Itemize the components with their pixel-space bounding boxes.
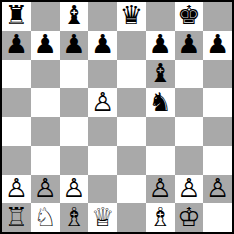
square-d5[interactable]: ♙ — [88, 88, 117, 117]
piece-white-pawn: ♙ — [206, 175, 229, 201]
square-f5[interactable]: ♞ — [146, 88, 175, 117]
piece-black-queen: ♛ — [120, 2, 143, 28]
square-c2[interactable]: ♙ — [60, 175, 89, 204]
square-h7[interactable]: ♟ — [203, 31, 232, 60]
square-b5[interactable] — [31, 88, 60, 117]
square-a6[interactable] — [2, 60, 31, 89]
piece-black-pawn: ♟ — [206, 31, 229, 57]
piece-white-pawn: ♙ — [33, 175, 56, 201]
square-f4[interactable] — [146, 117, 175, 146]
square-g4[interactable] — [175, 117, 204, 146]
square-b8[interactable] — [31, 2, 60, 31]
square-d2[interactable] — [88, 175, 117, 204]
square-e8[interactable]: ♛ — [117, 2, 146, 31]
piece-black-bishop: ♝ — [148, 60, 171, 86]
piece-white-knight: ♘ — [33, 204, 56, 230]
square-c4[interactable] — [60, 117, 89, 146]
piece-white-king: ♔ — [177, 204, 200, 230]
piece-black-bishop: ♝ — [62, 2, 85, 28]
square-g6[interactable] — [175, 60, 204, 89]
piece-black-knight: ♞ — [148, 89, 171, 115]
square-d3[interactable] — [88, 146, 117, 175]
chess-board-frame: ♜♝♛♚♟♟♟♟♟♟♟♝♙♞♙♙♙♙♙♙♖♘♗♕♗♔ — [0, 0, 234, 234]
piece-white-pawn: ♙ — [62, 175, 85, 201]
square-e1[interactable] — [117, 203, 146, 232]
square-g5[interactable] — [175, 88, 204, 117]
piece-white-pawn: ♙ — [91, 89, 114, 115]
square-h6[interactable] — [203, 60, 232, 89]
square-a2[interactable]: ♙ — [2, 175, 31, 204]
square-b7[interactable]: ♟ — [31, 31, 60, 60]
square-a5[interactable] — [2, 88, 31, 117]
square-c5[interactable] — [60, 88, 89, 117]
square-b1[interactable]: ♘ — [31, 203, 60, 232]
square-h2[interactable]: ♙ — [203, 175, 232, 204]
square-c7[interactable]: ♟ — [60, 31, 89, 60]
square-f8[interactable] — [146, 2, 175, 31]
square-e6[interactable] — [117, 60, 146, 89]
square-d4[interactable] — [88, 117, 117, 146]
square-f6[interactable]: ♝ — [146, 60, 175, 89]
square-d6[interactable] — [88, 60, 117, 89]
square-e5[interactable] — [117, 88, 146, 117]
square-a7[interactable]: ♟ — [2, 31, 31, 60]
square-a4[interactable] — [2, 117, 31, 146]
square-b4[interactable] — [31, 117, 60, 146]
piece-black-pawn: ♟ — [177, 31, 200, 57]
piece-black-pawn: ♟ — [91, 31, 114, 57]
square-f2[interactable]: ♙ — [146, 175, 175, 204]
piece-black-pawn: ♟ — [33, 31, 56, 57]
square-a3[interactable] — [2, 146, 31, 175]
square-f1[interactable]: ♗ — [146, 203, 175, 232]
piece-black-pawn: ♟ — [148, 31, 171, 57]
piece-white-pawn: ♙ — [148, 175, 171, 201]
piece-black-king: ♚ — [177, 2, 200, 28]
square-e4[interactable] — [117, 117, 146, 146]
square-c8[interactable]: ♝ — [60, 2, 89, 31]
piece-white-bishop: ♗ — [148, 204, 171, 230]
piece-black-rook: ♜ — [5, 2, 28, 28]
piece-white-pawn: ♙ — [5, 175, 28, 201]
square-h8[interactable] — [203, 2, 232, 31]
square-g2[interactable]: ♙ — [175, 175, 204, 204]
square-h4[interactable] — [203, 117, 232, 146]
square-e3[interactable] — [117, 146, 146, 175]
square-f7[interactable]: ♟ — [146, 31, 175, 60]
square-g1[interactable]: ♔ — [175, 203, 204, 232]
piece-white-bishop: ♗ — [62, 204, 85, 230]
square-a8[interactable]: ♜ — [2, 2, 31, 31]
square-e7[interactable] — [117, 31, 146, 60]
square-c3[interactable] — [60, 146, 89, 175]
piece-white-pawn: ♙ — [177, 175, 200, 201]
square-d8[interactable] — [88, 2, 117, 31]
piece-black-pawn: ♟ — [5, 31, 28, 57]
piece-white-queen: ♕ — [91, 204, 114, 230]
piece-white-rook: ♖ — [5, 204, 28, 230]
square-c1[interactable]: ♗ — [60, 203, 89, 232]
square-g7[interactable]: ♟ — [175, 31, 204, 60]
piece-black-pawn: ♟ — [62, 31, 85, 57]
square-d7[interactable]: ♟ — [88, 31, 117, 60]
square-h5[interactable] — [203, 88, 232, 117]
square-e2[interactable] — [117, 175, 146, 204]
square-b2[interactable]: ♙ — [31, 175, 60, 204]
square-d1[interactable]: ♕ — [88, 203, 117, 232]
square-b6[interactable] — [31, 60, 60, 89]
square-h3[interactable] — [203, 146, 232, 175]
square-b3[interactable] — [31, 146, 60, 175]
chess-board: ♜♝♛♚♟♟♟♟♟♟♟♝♙♞♙♙♙♙♙♙♖♘♗♕♗♔ — [2, 2, 232, 232]
square-g8[interactable]: ♚ — [175, 2, 204, 31]
square-h1[interactable] — [203, 203, 232, 232]
square-c6[interactable] — [60, 60, 89, 89]
square-g3[interactable] — [175, 146, 204, 175]
square-a1[interactable]: ♖ — [2, 203, 31, 232]
square-f3[interactable] — [146, 146, 175, 175]
